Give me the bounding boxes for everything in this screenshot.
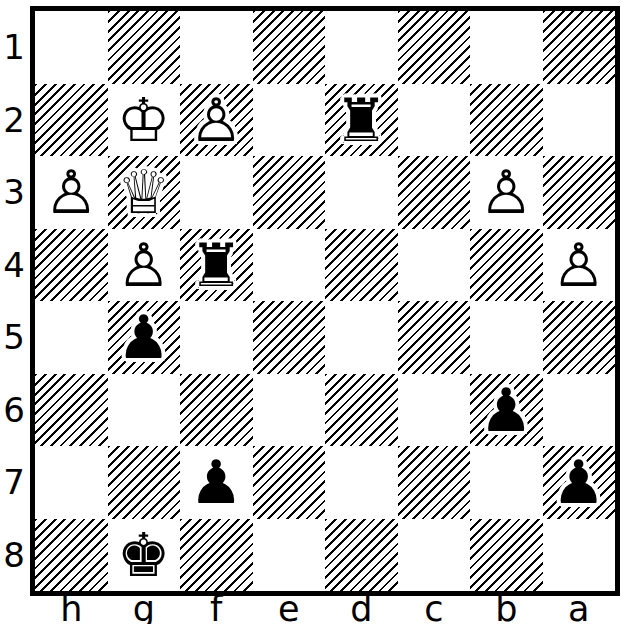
square-c2[interactable]	[398, 84, 471, 157]
square-h7[interactable]	[35, 446, 108, 519]
white-queen[interactable]: ♛♕	[108, 156, 181, 229]
square-a7[interactable]: ♟♟	[543, 446, 616, 519]
square-b7[interactable]	[470, 446, 543, 519]
square-b5[interactable]	[470, 301, 543, 374]
square-f3[interactable]	[180, 156, 253, 229]
black-pawn[interactable]: ♟♟	[108, 301, 181, 374]
white-pawn-glyph: ♙	[470, 156, 543, 229]
square-b8[interactable]	[470, 519, 543, 592]
square-d2[interactable]: ♜♜	[325, 84, 398, 157]
square-d4[interactable]	[325, 229, 398, 302]
square-a8[interactable]	[543, 519, 616, 592]
white-pawn-glyph: ♙	[543, 229, 616, 302]
white-pawn[interactable]: ♟♙	[180, 84, 253, 157]
square-b4[interactable]	[470, 229, 543, 302]
square-a3[interactable]	[543, 156, 616, 229]
rank-labels: 12345678	[0, 11, 28, 591]
file-labels: hgfedcba	[35, 593, 615, 624]
square-g8[interactable]: ♚♚	[108, 519, 181, 592]
file-label-b: b	[470, 593, 543, 624]
square-c8[interactable]	[398, 519, 471, 592]
square-a1[interactable]	[543, 11, 616, 84]
chess-diagram: 12345678 ♚♔♟♙♜♜♟♙♛♕♟♙♟♙♜♜♟♙♟♟♟♟♟♟♟♟♚♚ hg…	[0, 0, 624, 624]
square-f4[interactable]: ♜♜	[180, 229, 253, 302]
square-c5[interactable]	[398, 301, 471, 374]
square-e6[interactable]	[253, 374, 326, 447]
square-d3[interactable]	[325, 156, 398, 229]
white-pawn-glyph: ♙	[35, 156, 108, 229]
square-h5[interactable]	[35, 301, 108, 374]
square-h4[interactable]	[35, 229, 108, 302]
file-label-d: d	[325, 593, 398, 624]
file-label-h: h	[35, 593, 108, 624]
black-pawn-glyph: ♟	[470, 374, 543, 447]
square-d8[interactable]	[325, 519, 398, 592]
square-b3[interactable]: ♟♙	[470, 156, 543, 229]
rank-label-7: 7	[0, 446, 28, 519]
square-f1[interactable]	[180, 11, 253, 84]
square-f6[interactable]	[180, 374, 253, 447]
black-pawn-glyph: ♟	[108, 301, 181, 374]
square-h6[interactable]	[35, 374, 108, 447]
black-king-glyph: ♚	[108, 519, 181, 592]
black-pawn-glyph: ♟	[543, 446, 616, 519]
file-label-g: g	[108, 593, 181, 624]
white-king-glyph: ♔	[108, 84, 181, 157]
square-d6[interactable]	[325, 374, 398, 447]
black-pawn-glyph: ♟	[180, 446, 253, 519]
rank-label-2: 2	[0, 84, 28, 157]
square-h2[interactable]	[35, 84, 108, 157]
black-pawn[interactable]: ♟♟	[180, 446, 253, 519]
square-h8[interactable]	[35, 519, 108, 592]
square-c3[interactable]	[398, 156, 471, 229]
square-e1[interactable]	[253, 11, 326, 84]
black-rook[interactable]: ♜♜	[180, 229, 253, 302]
square-d5[interactable]	[325, 301, 398, 374]
square-g6[interactable]	[108, 374, 181, 447]
square-h1[interactable]	[35, 11, 108, 84]
square-a4[interactable]: ♟♙	[543, 229, 616, 302]
file-label-e: e	[253, 593, 326, 624]
white-pawn-glyph: ♙	[180, 84, 253, 157]
white-pawn[interactable]: ♟♙	[470, 156, 543, 229]
square-f7[interactable]: ♟♟	[180, 446, 253, 519]
square-c7[interactable]	[398, 446, 471, 519]
black-pawn[interactable]: ♟♟	[470, 374, 543, 447]
square-e5[interactable]	[253, 301, 326, 374]
black-rook[interactable]: ♜♜	[325, 84, 398, 157]
white-pawn-glyph: ♙	[108, 229, 181, 302]
square-g3[interactable]: ♛♕	[108, 156, 181, 229]
square-h3[interactable]: ♟♙	[35, 156, 108, 229]
square-c6[interactable]	[398, 374, 471, 447]
square-a5[interactable]	[543, 301, 616, 374]
square-b6[interactable]: ♟♟	[470, 374, 543, 447]
square-f8[interactable]	[180, 519, 253, 592]
rank-label-5: 5	[0, 301, 28, 374]
square-g4[interactable]: ♟♙	[108, 229, 181, 302]
square-b2[interactable]	[470, 84, 543, 157]
rank-label-6: 6	[0, 374, 28, 447]
file-label-f: f	[180, 593, 253, 624]
chess-board: ♚♔♟♙♜♜♟♙♛♕♟♙♟♙♜♜♟♙♟♟♟♟♟♟♟♟♚♚	[30, 6, 620, 596]
white-king[interactable]: ♚♔	[108, 84, 181, 157]
file-label-a: a	[543, 593, 616, 624]
square-g2[interactable]: ♚♔	[108, 84, 181, 157]
square-f2[interactable]: ♟♙	[180, 84, 253, 157]
square-a2[interactable]	[543, 84, 616, 157]
black-rook-glyph: ♜	[180, 229, 253, 302]
white-queen-glyph: ♕	[108, 156, 181, 229]
black-rook-glyph: ♜	[325, 84, 398, 157]
square-e7[interactable]	[253, 446, 326, 519]
rank-label-1: 1	[0, 11, 28, 84]
square-g1[interactable]	[108, 11, 181, 84]
square-g7[interactable]	[108, 446, 181, 519]
rank-label-3: 3	[0, 156, 28, 229]
white-pawn[interactable]: ♟♙	[35, 156, 108, 229]
white-pawn[interactable]: ♟♙	[108, 229, 181, 302]
square-d1[interactable]	[325, 11, 398, 84]
file-label-c: c	[398, 593, 471, 624]
square-c4[interactable]	[398, 229, 471, 302]
square-b1[interactable]	[470, 11, 543, 84]
square-f5[interactable]	[180, 301, 253, 374]
black-pawn[interactable]: ♟♟	[543, 446, 616, 519]
rank-label-4: 4	[0, 229, 28, 302]
black-king[interactable]: ♚♚	[108, 519, 181, 592]
white-pawn[interactable]: ♟♙	[543, 229, 616, 302]
square-g5[interactable]: ♟♟	[108, 301, 181, 374]
square-d7[interactable]	[325, 446, 398, 519]
square-e8[interactable]	[253, 519, 326, 592]
square-a6[interactable]	[543, 374, 616, 447]
square-e3[interactable]	[253, 156, 326, 229]
square-e4[interactable]	[253, 229, 326, 302]
rank-label-8: 8	[0, 519, 28, 592]
square-e2[interactable]	[253, 84, 326, 157]
square-c1[interactable]	[398, 11, 471, 84]
